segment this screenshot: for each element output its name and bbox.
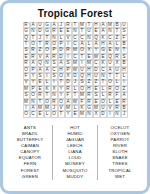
grid-cell[interactable]: N [114, 111, 121, 117]
puzzle-card: Tropical Forest RAUGAJRTMTHAMBUGNDGREENT… [0, 0, 150, 194]
grid-cell[interactable]: T [58, 111, 65, 117]
grid-cell[interactable]: L [44, 111, 51, 117]
word-list: ANTSBRAZILBUTTERFLYCAIMANCANOPYEQUATORFE… [3, 125, 147, 180]
grid-cell[interactable]: C [30, 111, 37, 117]
puzzle-title: Tropical Forest [3, 8, 147, 19]
word-list-column: HOTHUMIDJAGUARLEECHLIANALOUDMONKEYMOSQUI… [52, 125, 97, 180]
grid-cell[interactable]: X [93, 111, 100, 117]
word-item: WET [115, 174, 125, 180]
grid-cell[interactable]: O [51, 111, 58, 117]
grid-cell[interactable]: N [86, 111, 93, 117]
grid-cell[interactable]: M [79, 111, 86, 117]
word-list-column: ANTSBRAZILBUTTERFLYCAIMANCANOPYEQUATORFE… [8, 125, 52, 180]
grid-cell[interactable]: I [107, 111, 114, 117]
grid-cell[interactable]: J [121, 111, 128, 117]
grid-cell[interactable]: E [37, 111, 44, 117]
word-search-grid: RAUGAJRTMTHAMBUGNDGREENTUEANTSQTJTNLVCCN… [3, 22, 147, 118]
grid-cell[interactable]: O [23, 111, 30, 117]
word-item: GREEN [22, 174, 38, 180]
grid-cell[interactable]: D [100, 111, 107, 117]
grid-cell[interactable]: Y [65, 111, 72, 117]
grid-cell[interactable]: E [72, 111, 79, 117]
word-list-column: OCELOTOXYGENPARROTRIVERSLOTHSNAKETREESTR… [97, 125, 142, 180]
word-item: MUDDY [67, 174, 84, 180]
